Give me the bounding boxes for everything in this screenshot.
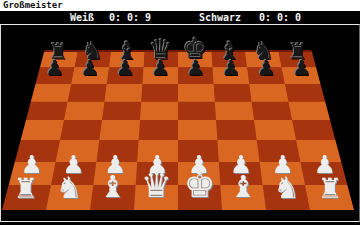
white-bishop-c1[interactable]: ♝	[99, 172, 126, 203]
white-queen-d1[interactable]: ♛	[141, 168, 172, 203]
square-g4[interactable]	[254, 120, 296, 140]
square-f5[interactable]	[215, 102, 254, 121]
square-d4[interactable]	[139, 120, 178, 140]
square-b4[interactable]	[60, 120, 102, 140]
menu-bar: Großmeister	[0, 0, 360, 11]
white-knight-g1[interactable]: ♞	[273, 173, 300, 203]
white-clock-label: Weiß	[70, 12, 94, 23]
square-e6[interactable]	[178, 84, 215, 102]
white-clock-time: 0: 0: 9	[109, 12, 151, 23]
game-window: ♜♞♝♛♚♝♞♜♟♟♟♟♟♟♟♟♟♟♟♟♟♟♟♟♜♞♝♛♚♝♞♜	[0, 24, 360, 222]
black-pawn-h7[interactable]: ♟	[292, 58, 311, 79]
square-b5[interactable]	[64, 102, 105, 121]
square-d6[interactable]	[141, 84, 178, 102]
square-c4[interactable]	[99, 120, 140, 140]
app-title-menu[interactable]: Großmeister	[3, 1, 63, 10]
chess-app-screen: Großmeister Weiß 0: 0: 9 Schwarz 0: 0: 0…	[0, 0, 360, 225]
square-g6[interactable]	[249, 84, 288, 102]
black-pawn-a7[interactable]: ♟	[45, 58, 64, 79]
black-clock-time: 0: 0: 0	[259, 12, 301, 23]
black-pawn-g7[interactable]: ♟	[257, 58, 276, 79]
square-a5[interactable]	[26, 102, 68, 121]
square-d5[interactable]	[140, 102, 178, 121]
square-h5[interactable]	[288, 102, 330, 121]
square-c6[interactable]	[104, 84, 142, 102]
black-clock-label: Schwarz	[199, 12, 241, 23]
board-front-edge	[1, 209, 359, 218]
square-h6[interactable]	[285, 84, 325, 102]
square-f4[interactable]	[216, 120, 257, 140]
square-a6[interactable]	[31, 84, 71, 102]
square-e4[interactable]	[178, 120, 217, 140]
square-f6[interactable]	[214, 84, 252, 102]
square-h4[interactable]	[292, 120, 335, 140]
square-c5[interactable]	[102, 102, 141, 121]
black-pawn-c7[interactable]: ♟	[116, 58, 135, 79]
black-pawn-f7[interactable]: ♟	[222, 58, 241, 79]
white-rook-h1[interactable]: ♜	[318, 175, 343, 203]
square-g5[interactable]	[252, 102, 293, 121]
clock-bar: Weiß 0: 0: 9 Schwarz 0: 0: 0	[0, 11, 360, 24]
black-pawn-d7[interactable]: ♟	[151, 58, 170, 79]
square-e5[interactable]	[178, 102, 216, 121]
black-pawn-e7[interactable]: ♟	[186, 58, 205, 79]
white-rook-a1[interactable]: ♜	[13, 175, 38, 203]
square-a4[interactable]	[21, 120, 64, 140]
black-pawn-b7[interactable]: ♟	[80, 58, 99, 79]
square-b6[interactable]	[68, 84, 107, 102]
white-knight-b1[interactable]: ♞	[56, 173, 83, 203]
white-bishop-f1[interactable]: ♝	[229, 172, 256, 203]
white-king-e1[interactable]: ♚	[184, 167, 216, 203]
